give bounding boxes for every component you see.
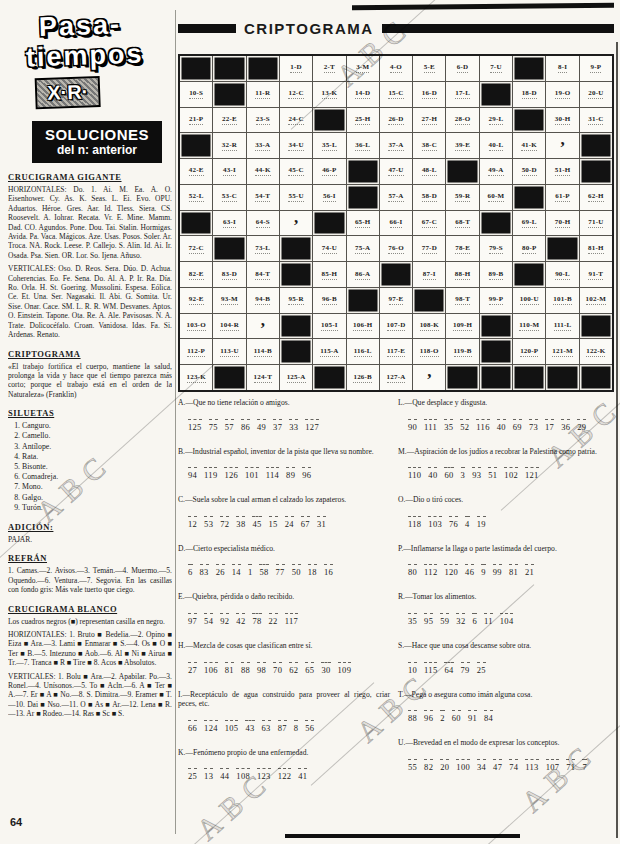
letter-cell[interactable]: 120-P xyxy=(513,339,545,364)
answer-cell-number[interactable]: 109 xyxy=(338,662,352,675)
solutions-sidebar: Pasa- tiempos X·R· SOLUCIONES del n: ant… xyxy=(8,10,172,836)
answer-cell-number[interactable]: 102 xyxy=(504,467,518,480)
letter-cell[interactable]: 70-H xyxy=(546,211,578,236)
answer-cell-number[interactable]: 19 xyxy=(477,516,486,529)
answer-cell-number[interactable]: 124 xyxy=(204,720,218,733)
answer-cell-number[interactable]: 8 xyxy=(294,720,299,733)
clue-text: S.—Hace que una cosa descanse sobre otra… xyxy=(398,641,614,651)
answer-cell-number[interactable]: 70 xyxy=(273,662,282,675)
letter-cell[interactable]: 14-D xyxy=(347,82,379,107)
logo-badge: X·R· xyxy=(35,76,101,109)
letter-cell[interactable]: 58-D xyxy=(413,185,445,210)
answer-cell-number[interactable]: 117 xyxy=(285,613,298,626)
answer-cell-number[interactable]: 74 xyxy=(509,759,518,772)
letter-cell[interactable]: 104-R xyxy=(213,314,245,339)
letter-cell[interactable]: 118-O xyxy=(413,339,445,364)
answer-cell-number[interactable]: 41 xyxy=(298,768,307,781)
clue-answer-cells[interactable]: 683261415877501816 xyxy=(188,561,390,579)
answer-cell-number[interactable]: 108 xyxy=(236,768,250,781)
letter-cell[interactable]: 17-L xyxy=(446,82,478,107)
clue-answer-cells[interactable]: 80112120469998121 xyxy=(408,561,614,579)
answer-cell-number[interactable]: 46 xyxy=(465,564,474,577)
letter-cell[interactable]: 83-D xyxy=(213,262,245,287)
answer-cell-number[interactable]: 96 xyxy=(302,467,311,480)
answer-cell-number[interactable]: 87 xyxy=(278,720,287,733)
letter-cell[interactable]: 97-E xyxy=(380,288,412,313)
answer-cell-number[interactable]: 114 xyxy=(266,467,279,480)
answer-cell-number[interactable]: 16 xyxy=(324,564,333,577)
letter-cell[interactable]: 18-D xyxy=(513,82,545,107)
clue-text: P.—Inflamarse la llaga o parte lastimada… xyxy=(398,544,614,554)
answer-cell-number[interactable]: 29 xyxy=(577,419,586,432)
answer-cell-number[interactable]: 13 xyxy=(204,768,213,781)
clue-answer-cells[interactable]: 110406039351102121 xyxy=(408,464,614,482)
answer-cell-number[interactable]: 90 xyxy=(408,419,417,432)
letter-cell[interactable]: 115-A xyxy=(313,339,345,364)
answer-cell-number[interactable]: 88 xyxy=(241,662,250,675)
letter-cell[interactable]: 106-H xyxy=(347,314,379,339)
letter-cell[interactable]: 95-R xyxy=(280,288,312,313)
letter-cell[interactable]: 90-L xyxy=(546,262,578,287)
answer-cell-number[interactable]: 81 xyxy=(225,662,234,675)
letter-cell[interactable]: 89-B xyxy=(480,262,512,287)
answer-cell-number[interactable]: 6 xyxy=(472,613,477,626)
answer-cell-number[interactable]: 65 xyxy=(305,662,314,675)
answer-cell-number[interactable]: 84 xyxy=(484,710,493,723)
answer-cell-number[interactable]: 1 xyxy=(248,564,253,577)
black-cell xyxy=(546,365,578,390)
answer-cell-number[interactable]: 56 xyxy=(305,720,314,733)
letter-cell[interactable]: 29-L xyxy=(480,108,512,133)
comma-cell: , xyxy=(546,133,578,158)
letter-cell[interactable]: 42-E xyxy=(180,159,212,184)
clue-answer-cells[interactable]: 88962609184 xyxy=(408,707,614,725)
letter-cell[interactable]: 126-B xyxy=(347,365,379,390)
answer-cell-number[interactable]: 106 xyxy=(204,662,218,675)
letter-cell[interactable]: 22-E xyxy=(213,108,245,133)
answer-cell-number[interactable]: 103 xyxy=(428,516,442,529)
letter-cell[interactable]: 64-S xyxy=(247,211,279,236)
answer-cell-number[interactable]: 118 xyxy=(408,516,421,529)
answer-cell-number[interactable]: 60 xyxy=(444,467,453,480)
letter-cell[interactable]: 113-U xyxy=(213,339,245,364)
answer-cell-number[interactable]: 10 xyxy=(408,662,417,675)
letter-cell[interactable]: 62-H xyxy=(580,185,612,210)
letter-cell[interactable]: 101-B xyxy=(546,288,578,313)
letter-cell[interactable]: 100-U xyxy=(513,288,545,313)
letter-cell[interactable]: 125-A xyxy=(280,365,312,390)
answer-cell-number[interactable]: 49 xyxy=(257,419,266,432)
black-cell xyxy=(213,236,245,261)
letter-cell[interactable]: 15-C xyxy=(380,82,412,107)
answer-cell-number[interactable]: 73 xyxy=(529,419,538,432)
answer-cell-number[interactable]: 120 xyxy=(444,564,458,577)
answer-cell-number[interactable]: 110 xyxy=(408,467,421,480)
answer-cell-number[interactable]: 99 xyxy=(493,564,502,577)
letter-cell[interactable]: 79-S xyxy=(480,236,512,261)
letter-cell[interactable]: 68-T xyxy=(446,211,478,236)
answer-cell-number[interactable]: 97 xyxy=(188,613,197,626)
letter-cell[interactable]: 39-E xyxy=(446,133,478,158)
letter-cell[interactable]: 11-R xyxy=(247,82,279,107)
letter-cell[interactable]: 30-H xyxy=(546,108,578,133)
answer-cell-number[interactable]: 79 xyxy=(461,662,470,675)
letter-cell[interactable]: 71-U xyxy=(580,211,612,236)
answer-cell-number[interactable]: 12 xyxy=(188,516,197,529)
answer-cell-number[interactable]: 55 xyxy=(408,759,417,772)
answer-cell-number[interactable]: 96 xyxy=(424,710,433,723)
solutions-title-box: SOLUCIONES del n: anterior xyxy=(32,121,162,163)
answer-cell-number[interactable]: 119 xyxy=(204,467,217,480)
answer-cell-number[interactable]: 9 xyxy=(481,564,486,577)
letter-cell[interactable]: 122-K xyxy=(580,339,612,364)
letter-cell[interactable]: 74-U xyxy=(313,236,345,261)
letter-cell[interactable]: 35-L xyxy=(313,133,345,158)
answer-cell-number[interactable]: 83 xyxy=(200,564,209,577)
letter-cell[interactable]: 57-A xyxy=(380,185,412,210)
letter-cell[interactable]: 81-H xyxy=(580,236,612,261)
black-cell xyxy=(446,159,478,184)
answer-cell-number[interactable]: 18 xyxy=(308,564,317,577)
clue-answer-cells[interactable]: 125372384515246731 xyxy=(188,513,390,531)
answer-cell-number[interactable]: 89 xyxy=(286,467,295,480)
letter-cell[interactable]: 9-P xyxy=(580,56,612,81)
answer-cell-number[interactable]: 36 xyxy=(561,419,570,432)
letter-cell[interactable]: 16-D xyxy=(413,82,445,107)
letter-cell[interactable]: 124-T xyxy=(247,365,279,390)
letter-cell[interactable]: 116-L xyxy=(347,339,379,364)
answer-cell-number[interactable]: 81 xyxy=(509,564,518,577)
answer-cell-number[interactable]: 54 xyxy=(204,613,213,626)
letter-cell[interactable]: 110-M xyxy=(513,314,545,339)
letter-cell[interactable]: 49-A xyxy=(480,159,512,184)
letter-cell[interactable]: 8-I xyxy=(546,56,578,81)
answer-cell-number[interactable]: 4 xyxy=(465,516,470,529)
letter-cell[interactable]: 27-H xyxy=(413,108,445,133)
letter-cell[interactable]: 111-L xyxy=(546,314,578,339)
answer-cell-number[interactable]: 32 xyxy=(456,613,465,626)
answer-cell-number[interactable]: 107 xyxy=(546,759,560,772)
answer-cell-number[interactable]: 80 xyxy=(408,564,417,577)
letter-cell[interactable]: 65-H xyxy=(347,211,379,236)
answer-cell-number[interactable]: 62 xyxy=(289,662,298,675)
answer-cell-number[interactable]: 64 xyxy=(444,662,453,675)
answer-cell-number[interactable]: 42 xyxy=(236,613,245,626)
answer-cell-number[interactable]: 17 xyxy=(545,419,554,432)
letter-cell[interactable]: 98-T xyxy=(446,288,478,313)
letter-cell[interactable]: 96-B xyxy=(313,288,345,313)
letter-cell[interactable]: 119-B xyxy=(446,339,478,364)
letter-cell[interactable]: 76-O xyxy=(380,236,412,261)
answer-cell-number[interactable]: 33 xyxy=(289,419,298,432)
clue-answer-cells[interactable]: 66124105436387856 xyxy=(188,717,390,735)
answer-cell-number[interactable]: 126 xyxy=(224,467,238,480)
answer-cell-number[interactable]: 72 xyxy=(220,516,229,529)
letter-cell[interactable]: 103-O xyxy=(180,314,212,339)
answer-cell-number[interactable]: 75 xyxy=(209,419,218,432)
letter-cell[interactable]: 69-L xyxy=(513,211,545,236)
answer-cell-number[interactable]: 26 xyxy=(216,564,225,577)
answer-cell-number[interactable]: 7 xyxy=(582,759,587,772)
answer-cell-number[interactable]: 69 xyxy=(513,419,522,432)
answer-cell-number[interactable]: 112 xyxy=(424,564,437,577)
letter-cell[interactable]: 13-K xyxy=(313,82,345,107)
clue-answer-cells[interactable]: 558220100344774113107717 xyxy=(408,756,614,774)
clue-answer-cells[interactable]: 125755786493733127 xyxy=(188,416,390,434)
letter-cell[interactable]: 93-M xyxy=(213,288,245,313)
list-item: Bisonte. xyxy=(22,462,172,472)
letter-cell[interactable]: 1-D xyxy=(280,56,312,81)
clue-M: M.—Aspiración de los judíos a recobrar l… xyxy=(398,447,614,483)
answer-cell-number[interactable]: 43 xyxy=(245,720,254,733)
answer-cell-number[interactable]: 2 xyxy=(440,710,445,723)
answer-cell-number[interactable]: 67 xyxy=(301,516,310,529)
letter-cell[interactable]: 53-C xyxy=(213,185,245,210)
answer-cell-number[interactable]: 66 xyxy=(188,720,197,733)
letter-cell[interactable]: 55-U xyxy=(280,185,312,210)
letter-cell[interactable]: 73-L xyxy=(247,236,279,261)
answer-cell-number[interactable]: 30 xyxy=(321,662,330,675)
clue-answer-cells[interactable]: 11810376419 xyxy=(408,513,614,531)
answer-cell-number[interactable]: 27 xyxy=(188,662,197,675)
letter-cell[interactable]: 7-U xyxy=(480,56,512,81)
answer-cell-number[interactable]: 82 xyxy=(424,759,433,772)
answer-cell-number[interactable]: 58 xyxy=(259,564,268,577)
answer-cell-number[interactable]: 92 xyxy=(220,613,229,626)
letter-cell[interactable]: 84-T xyxy=(247,262,279,287)
letter-cell[interactable]: 51-H xyxy=(546,159,578,184)
letter-cell[interactable]: 12-C xyxy=(280,82,312,107)
letter-cell[interactable]: 52-L xyxy=(180,185,212,210)
answer-cell-number[interactable]: 15 xyxy=(269,516,278,529)
letter-cell[interactable]: 67-C xyxy=(413,211,445,236)
letter-cell[interactable]: 82-E xyxy=(180,262,212,287)
clue-answer-cells[interactable]: 975492427822117 xyxy=(188,610,390,628)
answer-cell-number[interactable]: 57 xyxy=(225,419,234,432)
clue-answer-cells[interactable]: 2710681889870626530109 xyxy=(188,659,390,677)
letter-cell[interactable]: 99-P xyxy=(480,288,512,313)
answer-cell-number[interactable]: 101 xyxy=(245,467,259,480)
letter-cell[interactable]: 34-U xyxy=(280,133,312,158)
answer-cell-number[interactable]: 20 xyxy=(440,759,449,772)
answer-cell-number[interactable]: 116 xyxy=(476,419,489,432)
answer-cell-number[interactable]: 76 xyxy=(449,516,458,529)
letter-cell[interactable]: 23-S xyxy=(247,108,279,133)
letter-cell[interactable]: 85-H xyxy=(313,262,345,287)
solutions-section: CRUCIGRAMA BLANCOLos cuadros negros (■) … xyxy=(8,604,172,719)
clue-answer-cells[interactable]: 941191261011148996 xyxy=(188,464,390,482)
clues-left: A.—Que no tiene relación o amigos.125755… xyxy=(178,398,390,796)
answer-cell-number[interactable]: 121 xyxy=(525,467,539,480)
answer-cell-number[interactable]: 78 xyxy=(252,613,261,626)
clue-answer-cells[interactable]: 901113552116406973173629 xyxy=(408,416,614,434)
answer-cell-number[interactable]: 125 xyxy=(188,419,202,432)
letter-cell[interactable]: 123-K xyxy=(180,365,212,390)
letter-cell[interactable]: 66-I xyxy=(380,211,412,236)
answer-cell-number[interactable]: 52 xyxy=(460,419,469,432)
clue-text: R.—Tomar los alimentos. xyxy=(398,592,614,602)
answer-cell-number[interactable]: 123 xyxy=(257,768,271,781)
letter-cell[interactable]: 38-C xyxy=(413,133,445,158)
answer-cell-number[interactable]: 104 xyxy=(500,613,514,626)
letter-cell[interactable]: 2-T xyxy=(313,56,345,81)
letter-cell[interactable]: 112-P xyxy=(180,339,212,364)
clue-answer-cells[interactable]: 35955932611104 xyxy=(408,610,614,628)
answer-cell-number[interactable]: 34 xyxy=(477,759,486,772)
letter-cell[interactable]: 5-E xyxy=(413,56,445,81)
letter-cell[interactable]: 44-K xyxy=(247,159,279,184)
letter-cell[interactable]: 10-S xyxy=(180,82,212,107)
answer-cell-number[interactable]: 60 xyxy=(452,710,461,723)
letter-cell[interactable]: 47-U xyxy=(380,159,412,184)
answer-cell-number[interactable]: 6 xyxy=(188,564,193,577)
answer-cell-number[interactable]: 63 xyxy=(262,720,271,733)
letter-cell[interactable]: 117-E xyxy=(380,339,412,364)
letter-cell[interactable]: 37-A xyxy=(380,133,412,158)
answer-cell-number[interactable]: 44 xyxy=(220,768,229,781)
letter-cell[interactable]: 86-A xyxy=(347,262,379,287)
answer-cell-number[interactable]: 22 xyxy=(269,613,278,626)
letter-cell[interactable]: 121-M xyxy=(546,339,578,364)
letter-cell[interactable]: 72-C xyxy=(180,236,212,261)
answer-cell-number[interactable]: 38 xyxy=(236,516,245,529)
clue-O: O.—Dio o tiró coces.11810376419 xyxy=(398,495,614,531)
answer-cell-number[interactable]: 88 xyxy=(408,710,417,723)
letter-cell[interactable]: 19-O xyxy=(546,82,578,107)
letter-cell[interactable]: 80-P xyxy=(513,236,545,261)
black-cell xyxy=(480,314,512,339)
answer-cell-number[interactable]: 113 xyxy=(525,759,538,772)
answer-cell-number[interactable]: 77 xyxy=(276,564,285,577)
letter-cell[interactable]: 28-O xyxy=(446,108,478,133)
black-cell xyxy=(546,236,578,261)
answer-cell-number[interactable]: 21 xyxy=(525,564,534,577)
answer-cell-number[interactable]: 40 xyxy=(497,419,506,432)
answer-cell-number[interactable]: 35 xyxy=(444,419,453,432)
answer-cell-number[interactable]: 24 xyxy=(285,516,294,529)
answer-cell-number[interactable]: 127 xyxy=(305,419,319,432)
letter-cell[interactable]: 107-D xyxy=(380,314,412,339)
letter-cell[interactable]: 20-U xyxy=(580,82,612,107)
answer-cell-number[interactable]: 98 xyxy=(257,662,266,675)
letter-cell[interactable]: 48-L xyxy=(413,159,445,184)
letter-cell[interactable]: 91-T xyxy=(580,262,612,287)
answer-cell-number[interactable]: 111 xyxy=(424,419,437,432)
letter-cell[interactable]: 94-B xyxy=(247,288,279,313)
letter-cell[interactable]: 31-C xyxy=(580,108,612,133)
letter-cell[interactable]: 87-I xyxy=(413,262,445,287)
answer-cell-number[interactable]: 105 xyxy=(225,720,239,733)
answer-cell-number[interactable]: 3 xyxy=(461,467,466,480)
section-paragraph: 1. Camas.—2. Avisos.—3. Temán.—4. Muermo… xyxy=(8,566,172,594)
answer-cell-number[interactable]: 51 xyxy=(488,467,497,480)
answer-cell-number[interactable]: 115 xyxy=(424,662,437,675)
letter-cell[interactable]: 61-P xyxy=(546,185,578,210)
letter-cell[interactable]: 32-R xyxy=(213,133,245,158)
clue-U: U.—Brevedad en el modo de expresar los c… xyxy=(398,738,614,774)
letter-cell[interactable]: 60-M xyxy=(480,185,512,210)
letter-cell[interactable]: 43-I xyxy=(213,159,245,184)
letter-cell[interactable]: 3-M xyxy=(347,56,379,81)
letter-cell[interactable]: 45-C xyxy=(280,159,312,184)
answer-cell-number[interactable]: 11 xyxy=(484,613,493,626)
answer-cell-number[interactable]: 91 xyxy=(468,710,477,723)
letter-cell[interactable]: 24-C xyxy=(280,108,312,133)
section-heading: ADICIÓN: xyxy=(8,522,172,532)
letter-cell[interactable]: 36-L xyxy=(347,133,379,158)
letter-cell[interactable]: 41-K xyxy=(513,133,545,158)
letter-cell[interactable]: 75-A xyxy=(347,236,379,261)
answer-cell-number[interactable]: 71 xyxy=(566,759,575,772)
answer-cell-number[interactable]: 37 xyxy=(273,419,282,432)
black-cell xyxy=(513,262,545,287)
clue-text: D.—Cierto especialista médico. xyxy=(178,544,390,554)
letter-cell[interactable]: 6-D xyxy=(446,56,478,81)
answer-cell-number[interactable]: 122 xyxy=(278,768,292,781)
clue-answer-cells[interactable]: 10115647925 xyxy=(408,659,614,677)
letter-cell[interactable]: 114-B xyxy=(247,339,279,364)
answer-cell-number[interactable]: 45 xyxy=(252,516,261,529)
letter-cell[interactable]: 4-O xyxy=(380,56,412,81)
letter-cell[interactable]: 102-M xyxy=(580,288,612,313)
answer-cell-number[interactable]: 86 xyxy=(241,419,250,432)
letter-cell[interactable]: 56-I xyxy=(313,185,345,210)
answer-cell-number[interactable]: 35 xyxy=(408,613,417,626)
black-cell xyxy=(180,211,212,236)
letter-cell[interactable]: 92-E xyxy=(180,288,212,313)
letter-cell[interactable]: 21-P xyxy=(180,108,212,133)
letter-cell[interactable]: 88-H xyxy=(446,262,478,287)
answer-cell-number[interactable]: 31 xyxy=(317,516,326,529)
answer-cell-number[interactable]: 47 xyxy=(493,759,502,772)
answer-cell-number[interactable]: 94 xyxy=(188,467,197,480)
answer-cell-number[interactable]: 53 xyxy=(204,516,213,529)
clue-K: K.—Fenómeno propio de una enfermedad.251… xyxy=(178,748,390,784)
letter-cell[interactable]: 127-A xyxy=(380,365,412,390)
answer-cell-number[interactable]: 40 xyxy=(428,467,437,480)
letter-cell[interactable]: 33-A xyxy=(247,133,279,158)
answer-cell-number[interactable]: 25 xyxy=(477,662,486,675)
letter-cell[interactable]: 78-E xyxy=(446,236,478,261)
black-cell xyxy=(280,236,312,261)
letter-cell[interactable]: 25-H xyxy=(347,108,379,133)
answer-cell-number[interactable]: 93 xyxy=(472,467,481,480)
letter-cell[interactable]: 109-H xyxy=(446,314,478,339)
column-divider xyxy=(175,10,176,834)
letter-cell[interactable]: 77-D xyxy=(413,236,445,261)
clue-text: B.—Industrial español, inventor de la pi… xyxy=(178,447,390,457)
answer-cell-number[interactable]: 14 xyxy=(232,564,241,577)
pasatiempos-logo: Pasa- tiempos X·R· xyxy=(24,10,172,110)
answer-cell-number[interactable]: 50 xyxy=(292,564,301,577)
answer-cell-number[interactable]: 95 xyxy=(424,613,433,626)
letter-cell[interactable]: 63-I xyxy=(213,211,245,236)
letter-cell[interactable]: 105-I xyxy=(313,314,345,339)
letter-cell[interactable]: 54-T xyxy=(247,185,279,210)
letter-cell[interactable]: 46-P xyxy=(313,159,345,184)
letter-cell[interactable]: 26-D xyxy=(380,108,412,133)
page-edge-rule xyxy=(616,42,618,838)
clue-answer-cells[interactable]: 25134410812312241 xyxy=(188,765,390,783)
section-heading: SILUETAS xyxy=(8,408,172,418)
letter-cell[interactable]: 50-D xyxy=(513,159,545,184)
answer-cell-number[interactable]: 100 xyxy=(456,759,470,772)
letter-cell[interactable]: 59-R xyxy=(446,185,478,210)
answer-cell-number[interactable]: 59 xyxy=(440,613,449,626)
letter-cell[interactable]: 108-K xyxy=(413,314,445,339)
answer-cell-number[interactable]: 25 xyxy=(188,768,197,781)
letter-cell[interactable]: 40-L xyxy=(480,133,512,158)
